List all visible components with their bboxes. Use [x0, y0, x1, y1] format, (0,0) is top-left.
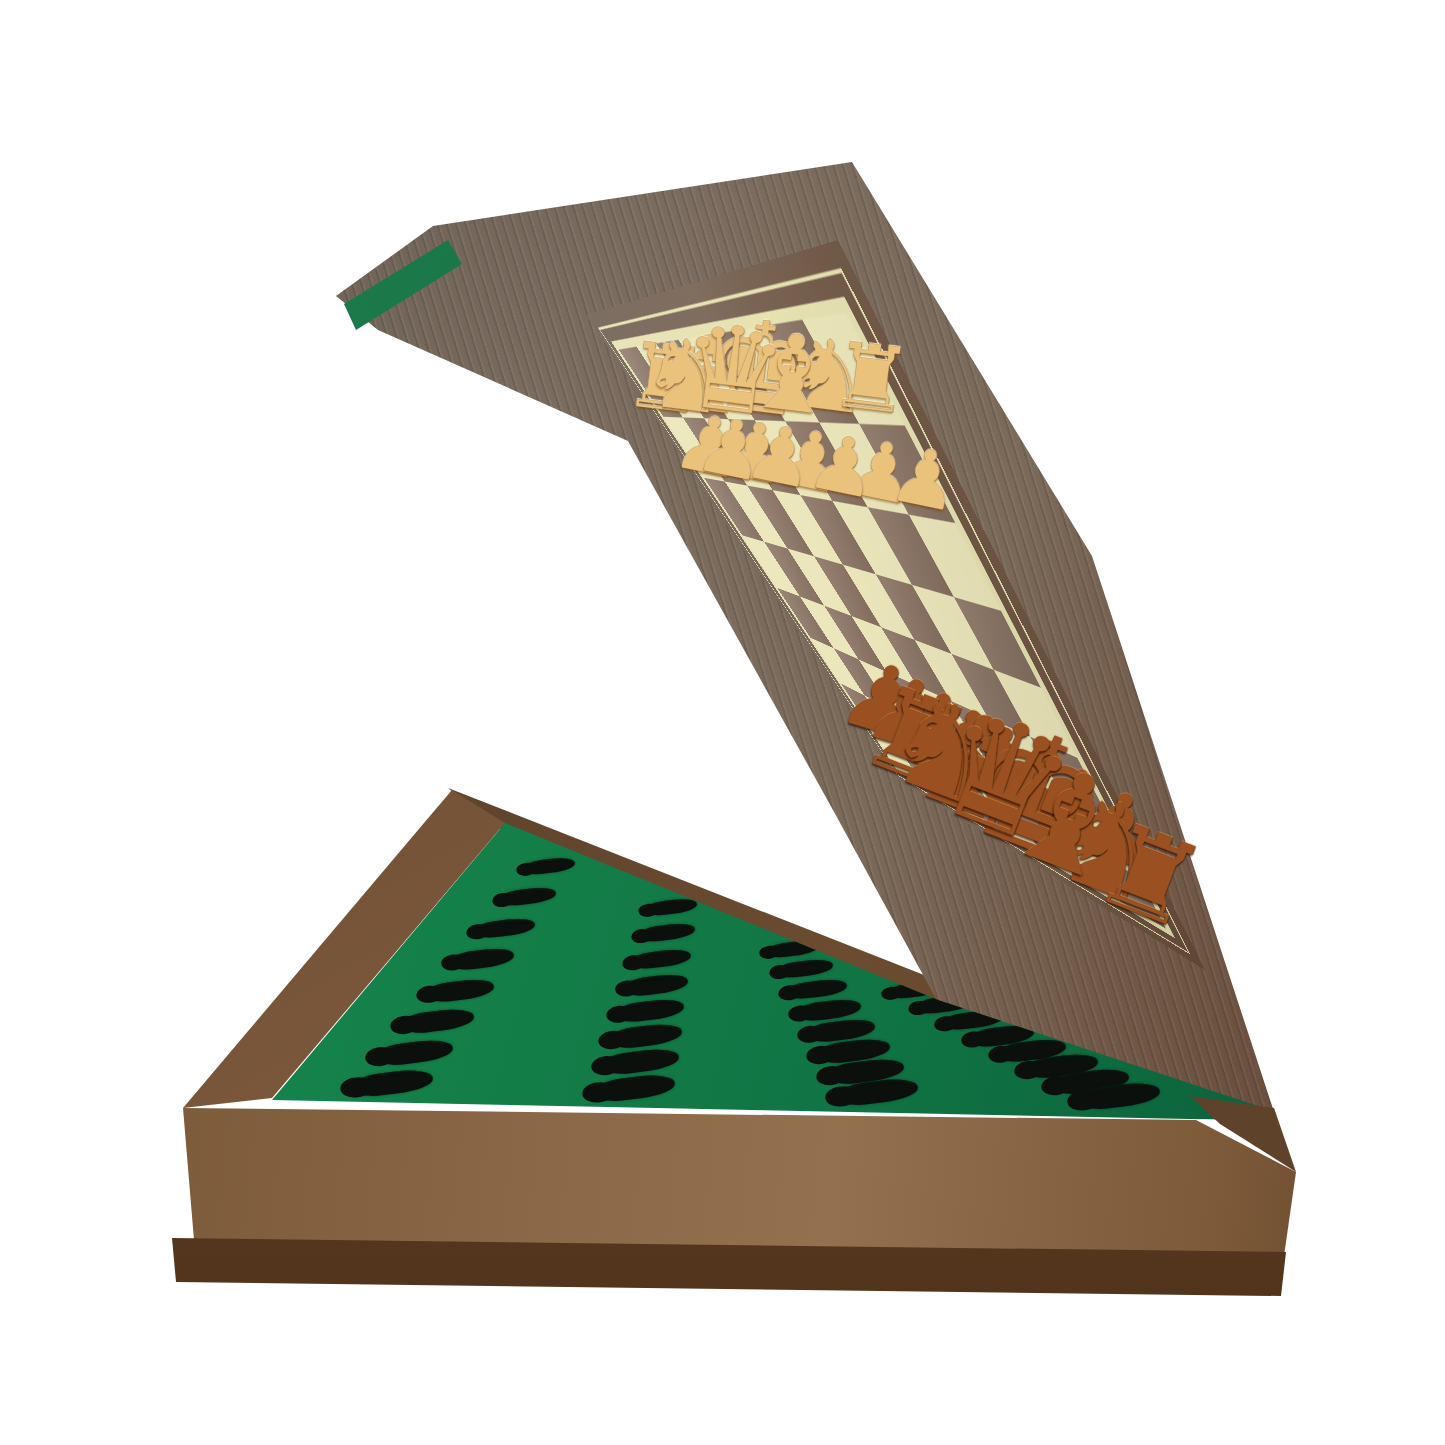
tray-slot-r7c2 [600, 1047, 680, 1077]
tray-slot-r1c2 [644, 897, 698, 917]
tray-slot-r4c1 [449, 946, 516, 971]
tray-slot-r5c2 [614, 997, 685, 1024]
tray-slot-r1c1 [523, 856, 577, 876]
tray-slot-r3c2 [629, 947, 691, 971]
product-photo-scene: ♜♞♝♛♚♝♞♜♟♟♟♟♟♟♟♟♟♟♟♟♟♟♟♟♜♞♝♛♚♝♞♜ [0, 0, 1445, 1445]
board-sheen-overlay [586, 240, 1205, 970]
tray-slot-r3c1 [473, 916, 535, 940]
tray-slot-r5c1 [424, 977, 495, 1004]
tray-slot-r4c2 [622, 972, 689, 997]
tray-slot-r8c2 [592, 1072, 676, 1104]
tray-slot-r6c1 [399, 1007, 474, 1036]
tray-slot-r8c1 [350, 1067, 434, 1099]
tray-slot-r2c2 [637, 922, 695, 944]
tray-slot-r2c1 [498, 886, 556, 908]
tray-slot-r7c1 [374, 1037, 454, 1067]
tray-slot-r2c3 [776, 958, 834, 980]
chessboard-print [586, 240, 1205, 970]
tray-slot-r3c3 [785, 978, 847, 1002]
tray-slot-r6c2 [607, 1022, 682, 1051]
